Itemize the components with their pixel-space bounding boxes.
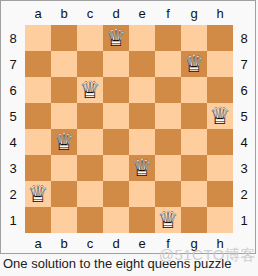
square-f7 [155,51,181,77]
rank-label-right-8: 8 [233,25,255,51]
square-b8 [51,25,77,51]
figure: abcdefgh8♛♕87♛♕76♛♕65♛♕54♛♕43♛♕32♛♕21♛♕1… [0,0,258,276]
square-h4 [207,129,233,155]
square-a7 [25,51,51,77]
square-b7 [51,51,77,77]
square-e4 [129,129,155,155]
file-label-top-e: e [129,1,155,25]
square-c8 [77,25,103,51]
square-g2 [181,181,207,207]
square-h2 [207,181,233,207]
file-label-top-f: f [155,1,181,25]
square-a8 [25,25,51,51]
square-d3 [103,155,129,181]
square-b6 [51,77,77,103]
file-label-bottom-d: d [103,233,129,253]
square-e6 [129,77,155,103]
square-d7 [103,51,129,77]
square-f8 [155,25,181,51]
queen-glyph-outline: ♕ [129,155,155,181]
rank-label-left-8: 8 [1,25,25,51]
file-label-bottom-c: c [77,233,103,253]
rank-label-right-4: 4 [233,129,255,155]
square-e2 [129,181,155,207]
file-label-bottom-a: a [25,233,51,253]
square-a4 [25,129,51,155]
square-g1 [181,207,207,233]
square-b2 [51,181,77,207]
square-e5 [129,103,155,129]
queen-glyph-outline: ♕ [77,77,103,103]
square-a3 [25,155,51,181]
rank-label-left-1: 1 [1,207,25,233]
white-queen-h5: ♛♕ [207,103,233,129]
file-label-top-h: h [207,1,233,25]
square-d8: ♛♕ [103,25,129,51]
white-queen-c6: ♛♕ [77,77,103,103]
square-e1 [129,207,155,233]
square-g3 [181,155,207,181]
white-queen-f1: ♛♕ [155,207,181,233]
file-label-top-a: a [25,1,51,25]
square-g8 [181,25,207,51]
square-h3 [207,155,233,181]
rank-label-right-2: 2 [233,181,255,207]
watermark: @51CTO博客 [159,246,256,265]
square-g7: ♛♕ [181,51,207,77]
square-b3 [51,155,77,181]
square-e7 [129,51,155,77]
square-c5 [77,103,103,129]
rank-label-right-6: 6 [233,77,255,103]
square-h7 [207,51,233,77]
square-c3 [77,155,103,181]
square-h5: ♛♕ [207,103,233,129]
rank-label-right-1: 1 [233,207,255,233]
queen-glyph-outline: ♕ [155,207,181,233]
square-c7 [77,51,103,77]
rank-label-right-3: 3 [233,155,255,181]
corner-bottom-left [1,233,25,253]
square-f5 [155,103,181,129]
queen-glyph-outline: ♕ [25,181,51,207]
square-f6 [155,77,181,103]
square-h6 [207,77,233,103]
white-queen-g7: ♛♕ [181,51,207,77]
rank-label-right-5: 5 [233,103,255,129]
file-label-top-b: b [51,1,77,25]
file-label-top-d: d [103,1,129,25]
chess-diagram-frame: abcdefgh8♛♕87♛♕76♛♕65♛♕54♛♕43♛♕32♛♕21♛♕1… [0,0,256,254]
square-f4 [155,129,181,155]
square-h8 [207,25,233,51]
square-c1 [77,207,103,233]
file-label-bottom-e: e [129,233,155,253]
queen-glyph-outline: ♕ [181,51,207,77]
rank-label-left-6: 6 [1,77,25,103]
rank-label-left-2: 2 [1,181,25,207]
file-label-bottom-b: b [51,233,77,253]
square-d4 [103,129,129,155]
square-d1 [103,207,129,233]
square-a6 [25,77,51,103]
square-e8 [129,25,155,51]
square-c4 [77,129,103,155]
square-a1 [25,207,51,233]
square-d2 [103,181,129,207]
square-b4: ♛♕ [51,129,77,155]
square-d6 [103,77,129,103]
square-a5 [25,103,51,129]
white-queen-e3: ♛♕ [129,155,155,181]
white-queen-a2: ♛♕ [25,181,51,207]
queen-glyph-outline: ♕ [103,25,129,51]
rank-label-left-4: 4 [1,129,25,155]
corner-top-right [233,1,255,25]
square-b1 [51,207,77,233]
queen-glyph-outline: ♕ [51,129,77,155]
rank-label-left-7: 7 [1,51,25,77]
square-g5 [181,103,207,129]
rank-label-left-3: 3 [1,155,25,181]
corner-top-left [1,1,25,25]
file-label-top-g: g [181,1,207,25]
square-f1: ♛♕ [155,207,181,233]
square-g6 [181,77,207,103]
square-c2 [77,181,103,207]
square-g4 [181,129,207,155]
square-d5 [103,103,129,129]
chess-board: abcdefgh8♛♕87♛♕76♛♕65♛♕54♛♕43♛♕32♛♕21♛♕1… [1,1,255,253]
square-f3 [155,155,181,181]
square-b5 [51,103,77,129]
rank-label-right-7: 7 [233,51,255,77]
square-a2: ♛♕ [25,181,51,207]
rank-label-left-5: 5 [1,103,25,129]
file-label-top-c: c [77,1,103,25]
square-f2 [155,181,181,207]
square-e3: ♛♕ [129,155,155,181]
square-c6: ♛♕ [77,77,103,103]
white-queen-d8: ♛♕ [103,25,129,51]
queen-glyph-outline: ♕ [207,103,233,129]
square-h1 [207,207,233,233]
white-queen-b4: ♛♕ [51,129,77,155]
